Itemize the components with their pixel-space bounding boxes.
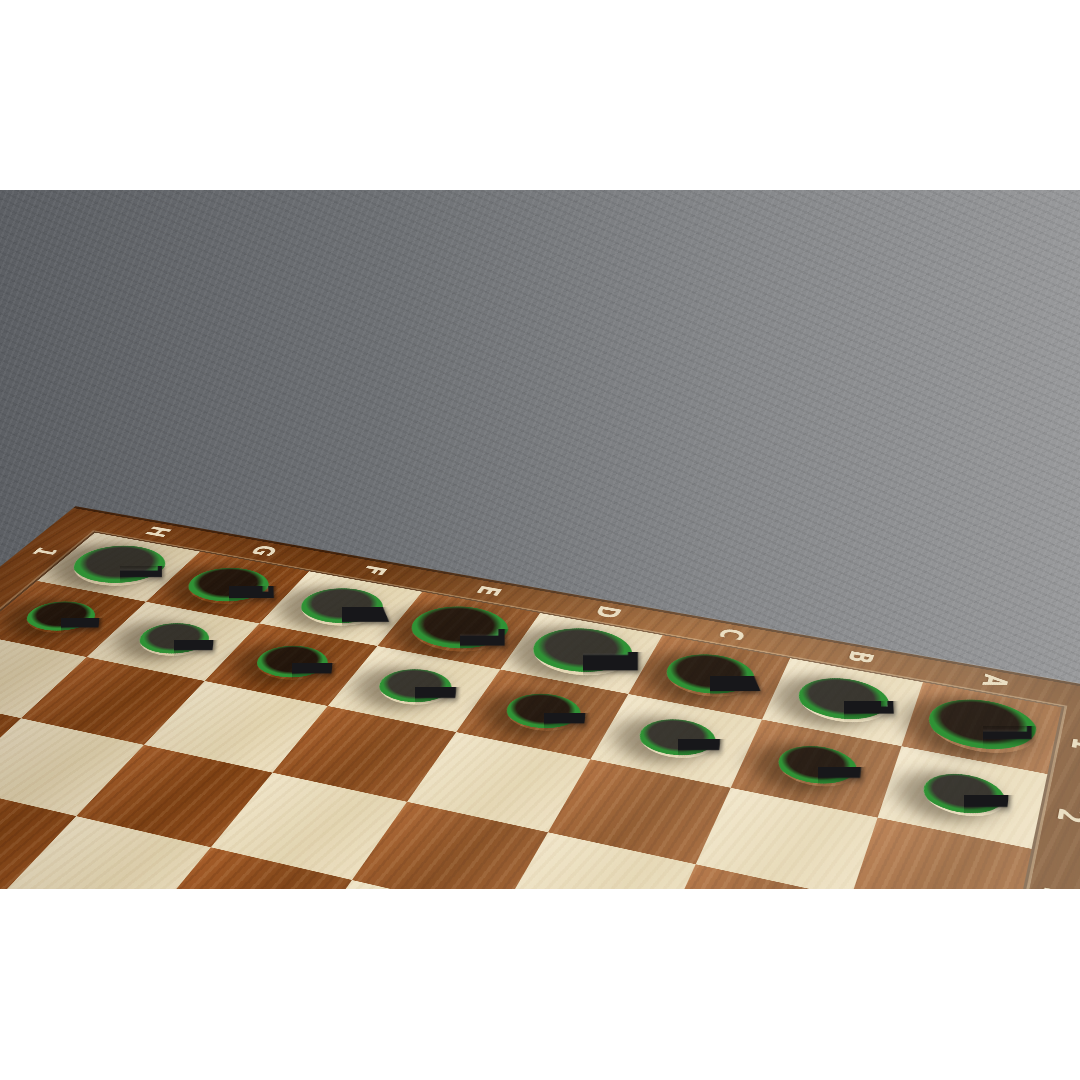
white-letterbox-bottom xyxy=(0,889,1080,1080)
rank-label-right-1: 1 xyxy=(1063,735,1080,754)
chessboard: HHGGFFEEDDCCBBAA1122334455667788 ♜♞♝♛♚♝♞… xyxy=(0,506,1080,889)
cream-cross-finial xyxy=(572,363,593,424)
chess-set-product-photo: HHGGFFEEDDCCBBAA1122334455667788 ♜♞♝♛♚♝♞… xyxy=(0,0,1080,1080)
rank-label-right-2: 2 xyxy=(1048,805,1080,826)
photo-area: HHGGFFEEDDCCBBAA1122334455667788 ♜♞♝♛♚♝♞… xyxy=(0,190,1080,889)
white-letterbox-top xyxy=(0,0,1080,190)
